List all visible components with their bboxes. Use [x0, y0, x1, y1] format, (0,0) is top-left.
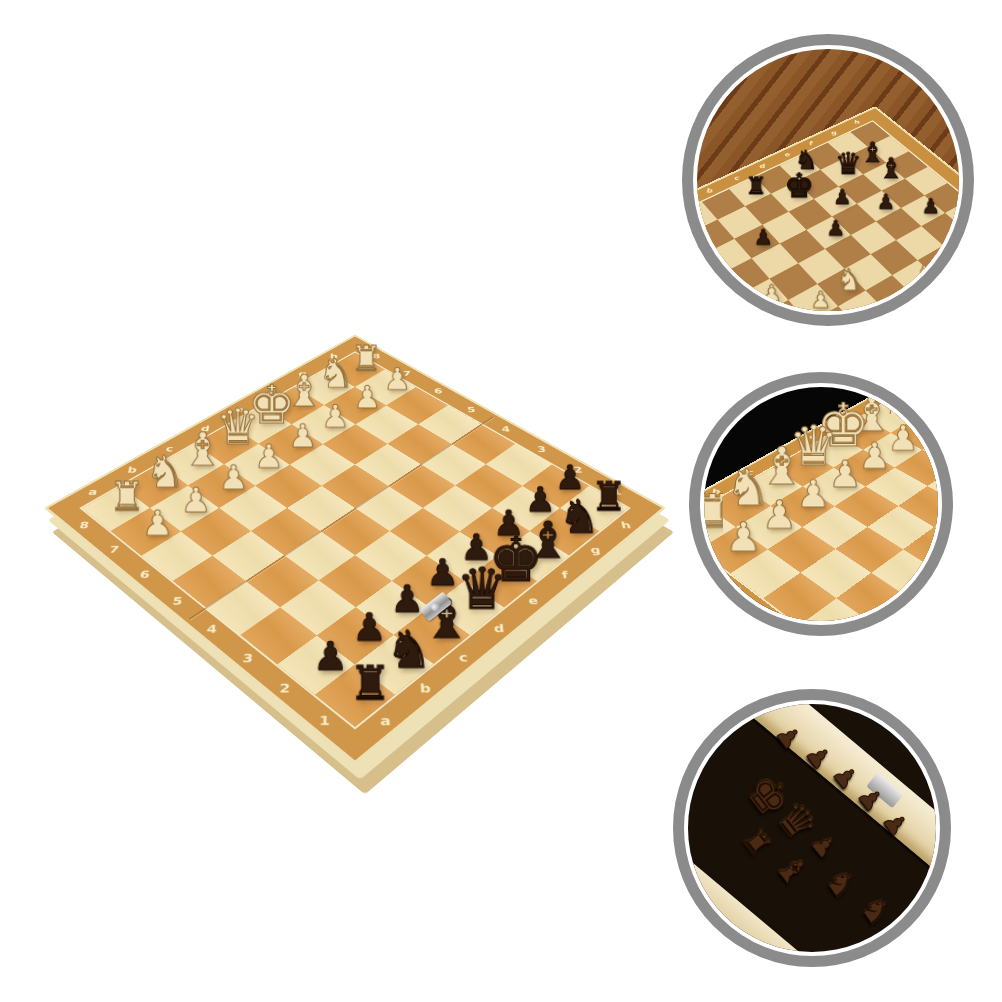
- black-queen-piece: ♛: [835, 148, 862, 178]
- black-rook-piece: ♜: [349, 659, 392, 706]
- white-knight-piece: ♞: [835, 265, 862, 295]
- white-rook-piece: ♜: [109, 476, 145, 516]
- product-photo-canvas: ♜♞♝♛♚♝♞♜♟♟♟♟♟♟♟♟♟♟♟♟♟♟♟♟♜♞♝♛♚♝♞♜ 8765432…: [0, 0, 1002, 1002]
- coordinate-label: 7: [108, 544, 120, 555]
- coordinate-label: 6: [139, 569, 151, 580]
- chess-board: ♜♞♝♛♚♝♞♜♟♟♟♟♟♟♟♟♟♟♟♟♟♟♟♟♜♞♝♛♚♝♞♜ 8765432…: [44, 335, 666, 765]
- black-knight-piece: ♞: [386, 623, 433, 675]
- coordinate-label: 4: [737, 306, 745, 311]
- black-pawn-piece: ♟: [921, 197, 939, 218]
- white-pawn-piece: ♟: [762, 283, 782, 306]
- detail-inset-white-army: ♜♞♝♛♚♝♞♟♟♟♟♟♟ 87654321 abcdefgh: [689, 372, 953, 636]
- coordinate-label: f: [268, 387, 274, 395]
- inset-midgame-photo: ♜♞♚♛♝♟♟♝♟♟♟♟♟♞♟♟♝♟♟ 87654321 abcdefgh: [697, 49, 959, 311]
- coordinate-label: 6: [434, 387, 443, 395]
- board-grid: ♜♞♝♛♚♝♞♜♟♟♟♟♟♟♟♟♟♟♟♟♟♟♟♟♜♞♝♛♚♝♞♜: [79, 351, 631, 729]
- coordinate-label: g: [589, 544, 601, 555]
- white-pawn-piece: ♟: [887, 420, 918, 455]
- coordinate-label: 3: [536, 444, 546, 453]
- white-pawn-piece: ♟: [828, 455, 861, 492]
- coordinate-label: g: [864, 403, 872, 409]
- coordinate-label: 7: [403, 369, 411, 377]
- black-pawn-piece: ♟: [390, 580, 424, 617]
- coordinate-label: c: [165, 444, 174, 453]
- black-pawn-piece: ♟: [877, 192, 895, 212]
- board-square: ♟: [887, 296, 937, 311]
- coordinate-label: c: [458, 651, 468, 664]
- coordinate-label: e: [809, 433, 816, 440]
- white-pawn-piece: ♟: [810, 289, 831, 311]
- coordinate-label: 2: [280, 682, 291, 696]
- coordinate-label: 6: [701, 263, 709, 271]
- coordinate-label: g: [831, 130, 837, 136]
- coordinate-label: 3: [242, 651, 253, 664]
- coordinate-label: d: [759, 163, 765, 169]
- coordinate-label: e: [785, 151, 791, 157]
- coordinate-label: 8: [79, 520, 91, 530]
- board-frame: ♜♞♝♛♚♝♞♜♟♟♟♟♟♟♟♟♟♟♟♟♟♟♟♟♜♞♝♛♚♝♞♜ 8765432…: [44, 335, 666, 765]
- coordinate-label: e: [235, 405, 244, 413]
- white-knight-piece: ♞: [146, 450, 186, 494]
- white-pawn-piece: ♟: [218, 460, 248, 494]
- detail-inset-midgame: ♜♞♚♛♝♟♟♝♟♟♟♟♟♞♟♟♝♟♟ 87654321 abcdefgh: [682, 34, 974, 326]
- coordinate-label: 5: [172, 595, 184, 607]
- white-pawn-piece: ♟: [383, 364, 410, 394]
- coordinate-label: h: [854, 119, 860, 124]
- white-pawn-piece: ♟: [796, 475, 830, 513]
- coordinate-label: a: [380, 713, 391, 727]
- coordinate-label: h: [329, 352, 337, 359]
- coordinate-label: 5: [467, 405, 476, 413]
- coordinate-label: 4: [206, 623, 218, 635]
- white-pawn-piece: ♟: [725, 516, 761, 557]
- coordinate-label: d: [778, 451, 786, 458]
- detail-inset-storage-box: ♟♟♟♟♟♚♛♟♜♝♞♞: [673, 689, 951, 967]
- board-square: ♟: [940, 265, 959, 302]
- white-bishop-piece: ♝: [877, 308, 907, 311]
- white-pawn-piece: ♟: [762, 495, 797, 534]
- white-pawn-piece: ♟: [254, 439, 283, 472]
- coordinate-label: 8: [373, 352, 381, 359]
- white-pawn-piece: ♟: [181, 482, 212, 516]
- coordinate-label: c: [746, 469, 753, 477]
- inset-white-army-photo: ♜♞♝♛♚♝♞♟♟♟♟♟♟ 87654321 abcdefgh: [704, 387, 938, 621]
- coordinate-label: c: [734, 175, 740, 181]
- main-chessboard-photo: ♜♞♝♛♚♝♞♜♟♟♟♟♟♟♟♟♟♟♟♟♟♟♟♟♜♞♝♛♚♝♞♜ 8765432…: [25, 233, 685, 773]
- coordinate-label: f: [809, 141, 813, 147]
- coordinate-label: h: [619, 520, 631, 530]
- coordinate-label: 6: [732, 586, 742, 597]
- coordinate-label: h: [890, 388, 898, 394]
- coordinate-label: 4: [501, 425, 511, 434]
- board-square: [390, 508, 460, 555]
- inset-storage-photo: ♟♟♟♟♟♚♛♟♜♝♞♞: [688, 704, 936, 952]
- coordinate-label: d: [200, 424, 210, 433]
- coordinate-label: b: [419, 681, 431, 695]
- coordinate-label: 1: [319, 713, 330, 727]
- board-grid: ♜♞♚♛♝♟♟♝♟♟♟♟♟♞♟♟♝♟♟: [697, 120, 959, 311]
- black-pawn-piece: ♟: [352, 607, 386, 645]
- inset-midgame-board: ♜♞♚♛♝♟♟♝♟♟♟♟♟♞♟♟♝♟♟ 87654321 abcdefgh: [697, 106, 959, 311]
- board-square: [322, 464, 389, 508]
- white-pawn-piece: ♟: [353, 381, 381, 412]
- board-square: [909, 573, 938, 621]
- black-pawn-piece: ♟: [426, 554, 459, 591]
- white-pawn-piece: ♟: [142, 505, 173, 540]
- board-square: [914, 281, 959, 311]
- white-pawn-piece: ♟: [910, 301, 931, 311]
- black-rook-piece: ♜: [745, 174, 766, 198]
- black-bishop-piece: ♝: [878, 155, 903, 183]
- coordinate-label: 5: [767, 612, 777, 621]
- white-pawn-piece: ♟: [321, 400, 349, 432]
- coordinate-label: g: [298, 370, 307, 378]
- white-pawn-piece: ♟: [858, 437, 890, 473]
- coordinate-label: d: [492, 622, 504, 634]
- black-pawn-piece: ♟: [754, 227, 773, 248]
- metal-clasp: [701, 915, 735, 949]
- coordinate-label: a: [87, 487, 98, 497]
- coordinate-label: 5: [719, 284, 727, 292]
- white-pawn-piece: ♟: [914, 263, 934, 285]
- board-square: [917, 402, 938, 433]
- board-square: [896, 226, 942, 259]
- inset-white-army-board: ♜♞♝♛♚♝♞♟♟♟♟♟♟ 87654321 abcdefgh: [704, 387, 938, 621]
- black-pawn-piece: ♟: [313, 636, 348, 675]
- coordinate-label: 7: [704, 561, 710, 571]
- coordinate-label: f: [838, 418, 843, 425]
- white-pawn-piece: ♟: [288, 419, 317, 451]
- black-king-piece: ♚: [784, 169, 814, 203]
- coordinate-label: b: [707, 187, 714, 194]
- coordinate-label: f: [561, 569, 569, 580]
- coordinate-label: e: [527, 594, 538, 606]
- black-pawn-piece: ♟: [833, 187, 851, 207]
- black-pawn-piece: ♟: [826, 218, 845, 239]
